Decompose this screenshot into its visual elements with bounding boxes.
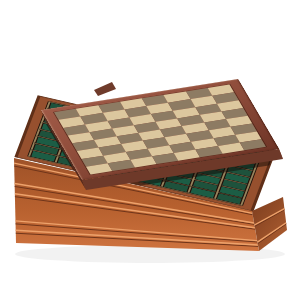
- square-h1: [239, 139, 265, 150]
- product-photo-chess-set: [0, 0, 300, 300]
- chest-back-corner: [94, 82, 116, 96]
